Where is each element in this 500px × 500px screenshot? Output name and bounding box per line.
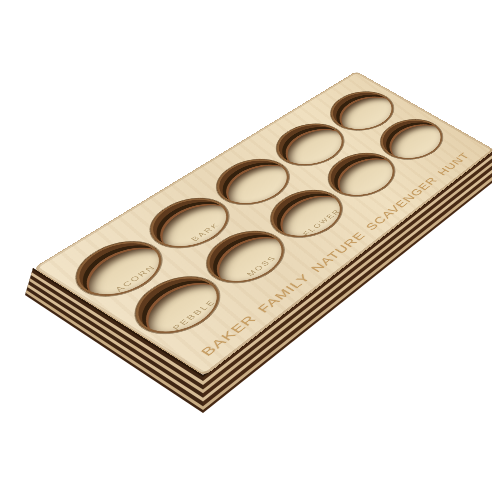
product-photo-scene: ACORN BARK PEBBLE MOSS FLOWER — [0, 0, 500, 500]
pit-label: MOSS — [229, 244, 294, 290]
pit-label — [356, 168, 403, 203]
pit-label — [407, 133, 450, 164]
pit-label: FLOWER — [292, 202, 351, 244]
